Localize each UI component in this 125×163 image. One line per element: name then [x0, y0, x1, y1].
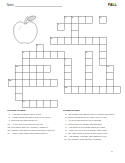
worksheet-page: Name FALL 1234567891011121314 ACROSS CLU…	[0, 0, 125, 163]
across-clue-item: 14.A sweet drink made from pressed apple…	[7, 132, 61, 135]
grid-cell-r13c7[interactable]	[50, 100, 57, 107]
clue-number: 13	[65, 86, 67, 89]
grid-cell-r10c7[interactable]	[50, 79, 57, 86]
clue-number: 12	[9, 79, 11, 82]
across-clues-header: ACROSS CLUES:	[7, 109, 61, 112]
clue-number: 9	[65, 58, 66, 61]
name-label: Name	[7, 4, 14, 7]
clue-number: 1	[65, 16, 66, 19]
down-clue-item: 11.The weather turns this way in autumn	[63, 138, 120, 141]
grid-cell-r1c14[interactable]: 3	[99, 16, 106, 23]
clue-number: 8	[86, 51, 87, 54]
across-clues-list: 1.A tool used to gather fallen leaves5.A…	[7, 113, 61, 135]
crossword-grid: 1234567891011121314	[8, 16, 120, 107]
clue-number: 10	[16, 65, 18, 68]
name-row: Name	[7, 4, 63, 7]
down-clues-header: DOWN CLUES:	[63, 109, 120, 112]
clue-item-text: A sweet drink made from pressed apples	[11, 132, 60, 135]
clue-number: 6	[37, 44, 38, 47]
page-title: FALL	[108, 3, 117, 7]
clue-item-text: The weather turns this way in autumn	[68, 138, 121, 141]
page-number: 1	[111, 150, 112, 152]
down-clues-list: 2.The season that comes between summer a…	[63, 113, 120, 141]
clue-number: 3	[100, 16, 101, 19]
clue-item-number: 14.	[7, 132, 11, 135]
clue-number: 11	[107, 65, 109, 68]
grid-cell-r1c12[interactable]	[85, 16, 92, 23]
clue-number: 2	[72, 16, 73, 19]
grid-cell-r8c6[interactable]	[43, 65, 50, 72]
clue-number: 14	[23, 100, 25, 103]
name-blank-line[interactable]	[15, 4, 62, 7]
grid-cell-r2c8[interactable]: 4	[57, 23, 64, 30]
grid-cell-r11c16[interactable]	[113, 86, 120, 93]
clue-number: 7	[23, 51, 24, 54]
clue-number: 5	[51, 37, 52, 40]
across-clues-section: ACROSS CLUES: 1.A tool used to gather fa…	[7, 109, 61, 135]
down-clues-section: DOWN CLUES: 2.The season that comes betw…	[63, 109, 120, 141]
clue-number: 4	[58, 23, 59, 26]
clue-item-number: 11.	[63, 138, 67, 141]
